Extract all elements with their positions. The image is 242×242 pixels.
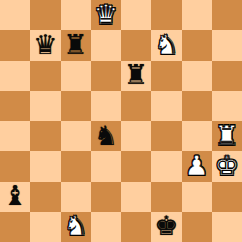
square-b3[interactable] (30, 151, 60, 181)
square-g1[interactable] (182, 212, 212, 242)
piece-white-knight-c1[interactable]: ♞ (64, 212, 88, 239)
square-d6[interactable] (91, 61, 121, 91)
square-a6[interactable] (0, 61, 30, 91)
square-b1[interactable] (30, 212, 60, 242)
square-f2[interactable] (151, 182, 181, 212)
square-e1[interactable] (121, 212, 151, 242)
square-e5[interactable] (121, 91, 151, 121)
piece-black-knight-d4[interactable]: ♞ (94, 122, 118, 149)
square-c3[interactable] (61, 151, 91, 181)
square-h3[interactable]: ♚ (212, 151, 242, 181)
square-d5[interactable] (91, 91, 121, 121)
square-d3[interactable] (91, 151, 121, 181)
square-c8[interactable] (61, 0, 91, 30)
piece-black-king-f1[interactable]: ♚ (154, 212, 178, 239)
square-h7[interactable] (212, 30, 242, 60)
chess-board: ♛♛♜♞♜♞♜♟♚♝♞♚ (0, 0, 242, 242)
square-f8[interactable] (151, 0, 181, 30)
square-a5[interactable] (0, 91, 30, 121)
square-f1[interactable]: ♚ (151, 212, 181, 242)
square-c1[interactable]: ♞ (61, 212, 91, 242)
piece-black-rook-e6[interactable]: ♜ (124, 61, 148, 88)
square-h6[interactable] (212, 61, 242, 91)
square-e3[interactable] (121, 151, 151, 181)
square-g4[interactable] (182, 121, 212, 151)
piece-white-rook-h4[interactable]: ♜ (215, 122, 239, 149)
piece-black-queen-b7[interactable]: ♛ (33, 31, 57, 58)
piece-black-bishop-a2[interactable]: ♝ (3, 182, 27, 209)
square-g6[interactable] (182, 61, 212, 91)
square-e4[interactable] (121, 121, 151, 151)
square-f4[interactable] (151, 121, 181, 151)
piece-white-knight-f7[interactable]: ♞ (154, 31, 178, 58)
square-b7[interactable]: ♛ (30, 30, 60, 60)
square-f5[interactable] (151, 91, 181, 121)
piece-white-queen-d8[interactable]: ♛ (94, 1, 118, 28)
square-h5[interactable] (212, 91, 242, 121)
square-g8[interactable] (182, 0, 212, 30)
square-b6[interactable] (30, 61, 60, 91)
square-b8[interactable] (30, 0, 60, 30)
square-b4[interactable] (30, 121, 60, 151)
square-e7[interactable] (121, 30, 151, 60)
square-f7[interactable]: ♞ (151, 30, 181, 60)
square-a8[interactable] (0, 0, 30, 30)
square-c6[interactable] (61, 61, 91, 91)
square-b2[interactable] (30, 182, 60, 212)
square-e6[interactable]: ♜ (121, 61, 151, 91)
square-c2[interactable] (61, 182, 91, 212)
square-g3[interactable]: ♟ (182, 151, 212, 181)
square-e8[interactable] (121, 0, 151, 30)
square-c7[interactable]: ♜ (61, 30, 91, 60)
square-c4[interactable] (61, 121, 91, 151)
square-b5[interactable] (30, 91, 60, 121)
piece-black-rook-c7[interactable]: ♜ (64, 31, 88, 58)
square-h4[interactable]: ♜ (212, 121, 242, 151)
piece-white-pawn-g3[interactable]: ♟ (185, 152, 209, 179)
square-d7[interactable] (91, 30, 121, 60)
square-a2[interactable]: ♝ (0, 182, 30, 212)
square-a3[interactable] (0, 151, 30, 181)
square-e2[interactable] (121, 182, 151, 212)
square-g5[interactable] (182, 91, 212, 121)
square-d1[interactable] (91, 212, 121, 242)
square-a1[interactable] (0, 212, 30, 242)
square-d4[interactable]: ♞ (91, 121, 121, 151)
square-h2[interactable] (212, 182, 242, 212)
square-a7[interactable] (0, 30, 30, 60)
square-a4[interactable] (0, 121, 30, 151)
square-d2[interactable] (91, 182, 121, 212)
square-f3[interactable] (151, 151, 181, 181)
square-g2[interactable] (182, 182, 212, 212)
square-c5[interactable] (61, 91, 91, 121)
square-d8[interactable]: ♛ (91, 0, 121, 30)
square-h8[interactable] (212, 0, 242, 30)
square-g7[interactable] (182, 30, 212, 60)
piece-white-king-h3[interactable]: ♚ (215, 152, 239, 179)
square-f6[interactable] (151, 61, 181, 91)
square-h1[interactable] (212, 212, 242, 242)
